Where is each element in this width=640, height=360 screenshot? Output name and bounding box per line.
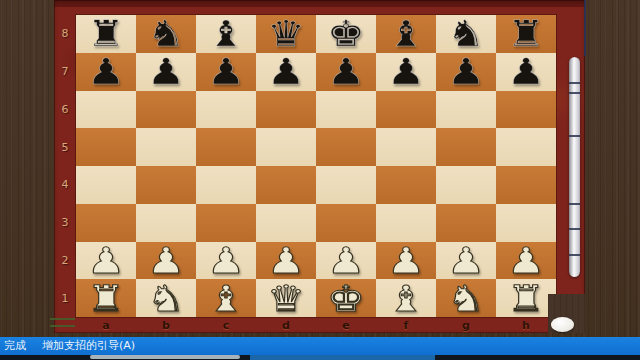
square-c2[interactable]: ♟: [196, 242, 256, 280]
square-f2[interactable]: ♟: [376, 242, 436, 280]
square-g7[interactable]: ♟: [436, 53, 496, 91]
black-bishop[interactable]: ♝: [387, 15, 425, 52]
square-a5[interactable]: [76, 128, 136, 166]
black-king[interactable]: ♚: [327, 15, 365, 52]
white-knight[interactable]: ♞: [147, 280, 185, 317]
square-e2[interactable]: ♟: [316, 242, 376, 280]
slider-tick-4: [569, 203, 580, 205]
slider-tick-2: [569, 92, 580, 94]
rank-label-2: 2: [54, 242, 76, 280]
square-e6[interactable]: [316, 91, 376, 129]
white-pawn[interactable]: ♟: [447, 242, 485, 279]
square-d4[interactable]: [256, 166, 316, 204]
black-pawn[interactable]: ♟: [207, 53, 245, 90]
white-rook[interactable]: ♜: [87, 280, 125, 317]
square-d8[interactable]: ♛: [256, 15, 316, 53]
file-labels: abcdefgh: [76, 317, 556, 333]
white-bishop[interactable]: ♝: [207, 280, 245, 317]
square-b8[interactable]: ♞: [136, 15, 196, 53]
square-e4[interactable]: [316, 166, 376, 204]
file-label-e: e: [316, 317, 376, 333]
black-pawn[interactable]: ♟: [87, 53, 125, 90]
square-f4[interactable]: [376, 166, 436, 204]
square-g5[interactable]: [436, 128, 496, 166]
slider-tick-6: [569, 254, 580, 256]
oval-button[interactable]: [551, 317, 574, 332]
white-pawn[interactable]: ♟: [207, 242, 245, 279]
square-g2[interactable]: ♟: [436, 242, 496, 280]
square-f6[interactable]: [376, 91, 436, 129]
white-pawn[interactable]: ♟: [267, 242, 305, 279]
square-d3[interactable]: [256, 204, 316, 242]
square-f1[interactable]: ♝: [376, 279, 436, 317]
square-b3[interactable]: [136, 204, 196, 242]
square-h7[interactable]: ♟: [496, 53, 556, 91]
status-bar: 完成 增加支招的引导(A): [0, 337, 640, 355]
taskbar-gray-segment[interactable]: [90, 355, 240, 359]
square-d5[interactable]: [256, 128, 316, 166]
file-label-a: a: [76, 317, 136, 333]
black-knight[interactable]: ♞: [447, 15, 485, 52]
black-pawn[interactable]: ♟: [447, 53, 485, 90]
menu-hint-text: 增加支招的引导(A): [42, 337, 135, 355]
white-pawn[interactable]: ♟: [87, 242, 125, 279]
square-e7[interactable]: ♟: [316, 53, 376, 91]
square-g1[interactable]: ♞: [436, 279, 496, 317]
rank-labels: 87654321: [54, 15, 76, 317]
square-a6[interactable]: [76, 91, 136, 129]
vertical-slider[interactable]: [569, 57, 580, 277]
square-d7[interactable]: ♟: [256, 53, 316, 91]
file-label-b: b: [136, 317, 196, 333]
board-grid: ♜♞♝♛♚♝♞♜♟♟♟♟♟♟♟♟♟♟♟♟♟♟♟♟♜♞♝♛♚♝♞♜: [76, 15, 556, 317]
square-g4[interactable]: [436, 166, 496, 204]
square-g6[interactable]: [436, 91, 496, 129]
square-b4[interactable]: [136, 166, 196, 204]
square-a7[interactable]: ♟: [76, 53, 136, 91]
file-label-d: d: [256, 317, 316, 333]
file-label-f: f: [376, 317, 436, 333]
square-b1[interactable]: ♞: [136, 279, 196, 317]
square-e5[interactable]: [316, 128, 376, 166]
black-pawn[interactable]: ♟: [147, 53, 185, 90]
square-a2[interactable]: ♟: [76, 242, 136, 280]
black-knight[interactable]: ♞: [147, 15, 185, 52]
square-a8[interactable]: ♜: [76, 15, 136, 53]
slider-tick-5: [569, 228, 580, 230]
square-f3[interactable]: [376, 204, 436, 242]
rank-label-6: 6: [54, 91, 76, 129]
square-c7[interactable]: ♟: [196, 53, 256, 91]
black-queen[interactable]: ♛: [267, 15, 305, 52]
rank-label-8: 8: [54, 15, 76, 53]
square-g3[interactable]: [436, 204, 496, 242]
square-c1[interactable]: ♝: [196, 279, 256, 317]
white-queen[interactable]: ♛: [267, 280, 305, 317]
white-pawn[interactable]: ♟: [147, 242, 185, 279]
status-text: 完成: [4, 337, 26, 355]
file-label-h: h: [496, 317, 556, 333]
square-h2[interactable]: ♟: [496, 242, 556, 280]
square-d6[interactable]: [256, 91, 316, 129]
white-rook[interactable]: ♜: [507, 280, 545, 317]
square-h6[interactable]: [496, 91, 556, 129]
square-b5[interactable]: [136, 128, 196, 166]
square-h5[interactable]: [496, 128, 556, 166]
square-f7[interactable]: ♟: [376, 53, 436, 91]
white-pawn[interactable]: ♟: [387, 242, 425, 279]
white-pawn[interactable]: ♟: [327, 242, 365, 279]
rank-label-7: 7: [54, 53, 76, 91]
square-e1[interactable]: ♚: [316, 279, 376, 317]
square-c3[interactable]: [196, 204, 256, 242]
square-d2[interactable]: ♟: [256, 242, 316, 280]
white-bishop[interactable]: ♝: [387, 280, 425, 317]
rank-label-5: 5: [54, 128, 76, 166]
white-knight[interactable]: ♞: [447, 280, 485, 317]
black-rook[interactable]: ♜: [87, 15, 125, 52]
square-g8[interactable]: ♞: [436, 15, 496, 53]
square-c4[interactable]: [196, 166, 256, 204]
black-pawn[interactable]: ♟: [507, 53, 545, 90]
rank-label-1: 1: [54, 279, 76, 317]
file-label-g: g: [436, 317, 496, 333]
slider-tick-1: [569, 82, 580, 84]
green-marker-top: [50, 318, 75, 320]
square-a4[interactable]: [76, 166, 136, 204]
taskbar-strip: [0, 355, 640, 360]
square-b2[interactable]: ♟: [136, 242, 196, 280]
square-h4[interactable]: [496, 166, 556, 204]
square-h8[interactable]: ♜: [496, 15, 556, 53]
black-pawn[interactable]: ♟: [267, 53, 305, 90]
square-a1[interactable]: ♜: [76, 279, 136, 317]
square-c5[interactable]: [196, 128, 256, 166]
taskbar-blue-segment[interactable]: [250, 355, 435, 360]
rank-label-3: 3: [54, 204, 76, 242]
square-h3[interactable]: [496, 204, 556, 242]
square-a3[interactable]: [76, 204, 136, 242]
square-c8[interactable]: ♝: [196, 15, 256, 53]
square-b7[interactable]: ♟: [136, 53, 196, 91]
square-d1[interactable]: ♛: [256, 279, 316, 317]
square-f8[interactable]: ♝: [376, 15, 436, 53]
black-rook[interactable]: ♜: [507, 15, 545, 52]
black-pawn[interactable]: ♟: [387, 53, 425, 90]
green-marker-bottom: [50, 325, 75, 327]
white-king[interactable]: ♚: [327, 280, 365, 317]
square-h1[interactable]: ♜: [496, 279, 556, 317]
white-pawn[interactable]: ♟: [507, 242, 545, 279]
square-b6[interactable]: [136, 91, 196, 129]
square-e8[interactable]: ♚: [316, 15, 376, 53]
square-c6[interactable]: [196, 91, 256, 129]
frame-edge-shadow: [584, 0, 586, 56]
square-e3[interactable]: [316, 204, 376, 242]
rank-label-4: 4: [54, 166, 76, 204]
black-pawn[interactable]: ♟: [327, 53, 365, 90]
square-f5[interactable]: [376, 128, 436, 166]
file-label-c: c: [196, 317, 256, 333]
black-bishop[interactable]: ♝: [207, 15, 245, 52]
slider-tick-3: [569, 135, 580, 137]
